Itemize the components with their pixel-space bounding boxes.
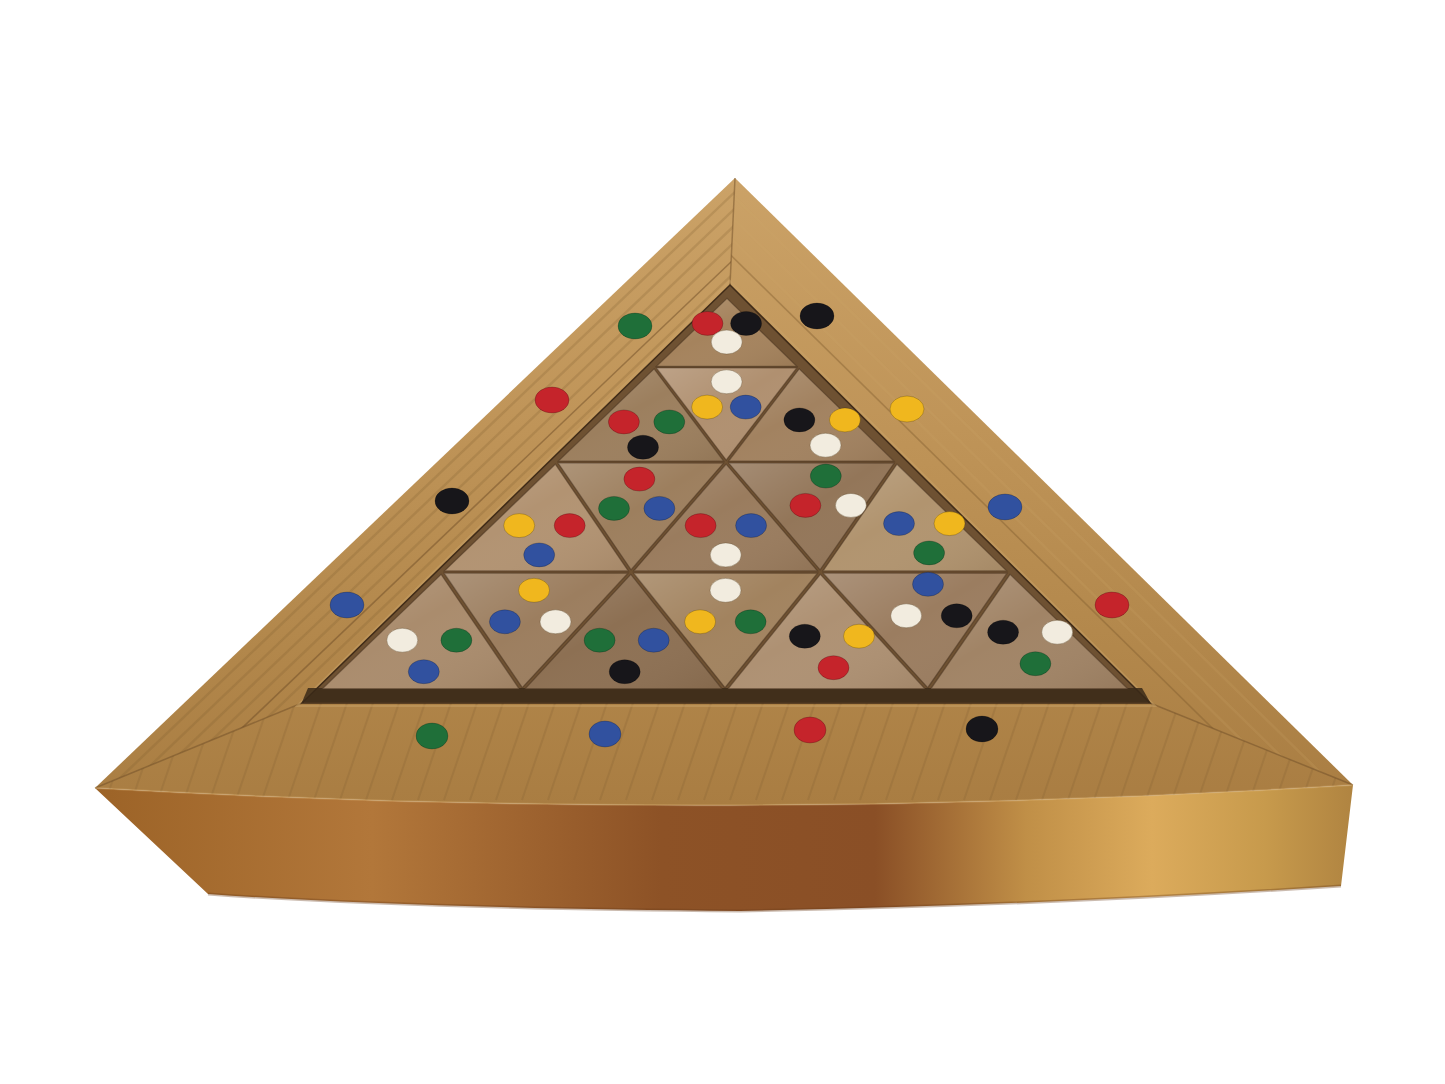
dot-blue [913,572,944,596]
dot-yellow [685,610,716,634]
grain-line [1354,700,1388,800]
dot-black [628,435,659,459]
frame-dot-red [535,387,569,413]
photo-scene [0,0,1445,1084]
frame-dot-black [435,488,469,514]
dot-yellow [844,624,875,648]
dot-red [624,467,655,491]
dot-black [789,624,820,648]
dot-white [835,493,866,517]
dot-white [891,604,922,628]
frame-dot-black [966,716,998,742]
dot-green [441,628,472,652]
dot-green [735,610,766,634]
frame-dot-red [1095,592,1129,618]
tray-bottom-gap [302,688,1150,702]
dot-green [654,410,685,434]
dot-green [1020,652,1051,676]
dot-white [711,330,742,354]
dot-white [810,433,841,457]
dot-blue [638,628,669,652]
dot-red [790,493,821,517]
dot-yellow [934,512,965,536]
dot-black [988,620,1019,644]
dot-green [584,628,615,652]
frame-dot-yellow [890,396,924,422]
dot-white [540,610,571,634]
dot-red [554,514,585,538]
board-root [95,178,1388,911]
dot-yellow [519,578,550,602]
dot-blue [736,514,767,538]
dot-blue [524,543,555,567]
dot-red [608,410,639,434]
dot-green [599,496,630,520]
dot-blue [408,660,439,684]
dot-green [810,464,841,488]
dot-white [711,370,742,394]
dot-yellow [829,408,860,432]
frame-dot-black [800,303,834,329]
dot-white [1042,620,1073,644]
frame-dot-green [416,723,448,749]
frame-dot-blue [330,592,364,618]
frame-dot-red [794,717,826,743]
dot-yellow [504,514,535,538]
frame-dot-blue [589,721,621,747]
dot-blue [730,395,761,419]
dot-black [609,660,640,684]
dot-red [685,514,716,538]
dot-black [941,604,972,628]
wooden-triangle-puzzle [0,0,1445,1084]
dot-white [710,578,741,602]
frame-dot-blue [988,494,1022,520]
dot-white [387,628,418,652]
dot-yellow [692,395,723,419]
dot-blue [884,512,915,536]
dot-white [710,543,741,567]
frame-dot-green [618,313,652,339]
dot-blue [489,610,520,634]
dot-blue [644,496,675,520]
dot-green [914,541,945,565]
dot-red [818,656,849,680]
dot-black [784,408,815,432]
